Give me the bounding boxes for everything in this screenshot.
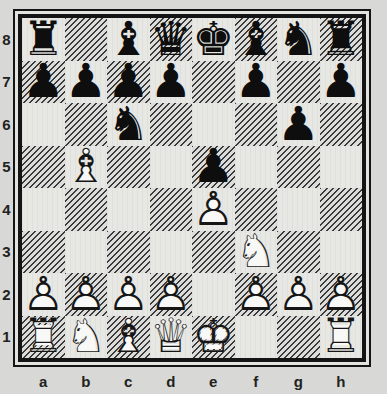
square-e3[interactable] bbox=[192, 231, 235, 274]
white-queen: ♕ bbox=[150, 315, 193, 358]
square-g3[interactable] bbox=[277, 231, 320, 274]
white-pawn-fill: ♟ bbox=[150, 272, 193, 315]
square-h3[interactable] bbox=[320, 231, 363, 274]
square-a4[interactable] bbox=[22, 188, 65, 231]
file-label-f: f bbox=[235, 371, 278, 391]
square-d1[interactable]: ♛♕ bbox=[150, 316, 193, 359]
black-knight: ♞ bbox=[107, 102, 150, 145]
square-e7[interactable] bbox=[192, 61, 235, 104]
file-label-b: b bbox=[65, 371, 108, 391]
file-label-d: d bbox=[150, 371, 193, 391]
chessboard-grid: ♜♝♛♚♝♞♜♟♟♟♟♟♟♞♟♝♗♟♟♙♞♘♟♙♟♙♟♙♟♙♟♙♟♙♟♙♜♖♞♘… bbox=[22, 18, 362, 358]
white-rook-fill: ♜ bbox=[22, 315, 65, 358]
rank-label-1: 1 bbox=[0, 316, 13, 359]
square-h1[interactable]: ♜♖ bbox=[320, 316, 363, 359]
white-pawn: ♙ bbox=[150, 272, 193, 315]
white-knight: ♘ bbox=[235, 230, 278, 273]
square-d8[interactable]: ♛ bbox=[150, 18, 193, 61]
square-d4[interactable] bbox=[150, 188, 193, 231]
white-pawn-fill: ♟ bbox=[235, 272, 278, 315]
square-g2[interactable]: ♟♙ bbox=[277, 273, 320, 316]
chessboard-frame: ♜♝♛♚♝♞♜♟♟♟♟♟♟♞♟♝♗♟♟♙♞♘♟♙♟♙♟♙♟♙♟♙♟♙♟♙♜♖♞♘… bbox=[13, 9, 371, 367]
square-f7[interactable]: ♟ bbox=[235, 61, 278, 104]
white-pawn: ♙ bbox=[192, 187, 235, 230]
white-rook: ♖ bbox=[22, 315, 65, 358]
square-f4[interactable] bbox=[235, 188, 278, 231]
square-c1[interactable]: ♝♗ bbox=[107, 316, 150, 359]
square-g8[interactable]: ♞ bbox=[277, 18, 320, 61]
white-pawn: ♙ bbox=[277, 272, 320, 315]
white-pawn: ♙ bbox=[107, 272, 150, 315]
white-knight: ♘ bbox=[65, 315, 108, 358]
square-g1[interactable] bbox=[277, 316, 320, 359]
file-labels: abcdefgh bbox=[22, 371, 362, 391]
white-knight-fill: ♞ bbox=[235, 230, 278, 273]
square-h2[interactable]: ♟♙ bbox=[320, 273, 363, 316]
square-b2[interactable]: ♟♙ bbox=[65, 273, 108, 316]
square-e8[interactable]: ♚ bbox=[192, 18, 235, 61]
white-pawn-fill: ♟ bbox=[22, 272, 65, 315]
square-c7[interactable]: ♟ bbox=[107, 61, 150, 104]
white-bishop: ♗ bbox=[65, 145, 108, 188]
square-d7[interactable]: ♟ bbox=[150, 61, 193, 104]
file-label-e: e bbox=[192, 371, 235, 391]
rank-label-8: 8 bbox=[0, 18, 13, 61]
square-e1[interactable]: ♚♔ bbox=[192, 316, 235, 359]
black-pawn: ♟ bbox=[235, 60, 278, 103]
square-h5[interactable] bbox=[320, 146, 363, 189]
square-b5[interactable]: ♝♗ bbox=[65, 146, 108, 189]
square-b8[interactable] bbox=[65, 18, 108, 61]
square-g6[interactable]: ♟ bbox=[277, 103, 320, 146]
rank-label-7: 7 bbox=[0, 61, 13, 104]
white-pawn-fill: ♟ bbox=[277, 272, 320, 315]
black-rook: ♜ bbox=[320, 17, 363, 60]
square-d5[interactable] bbox=[150, 146, 193, 189]
square-d3[interactable] bbox=[150, 231, 193, 274]
white-knight-fill: ♞ bbox=[65, 315, 108, 358]
square-b3[interactable] bbox=[65, 231, 108, 274]
rank-label-6: 6 bbox=[0, 103, 13, 146]
square-e6[interactable] bbox=[192, 103, 235, 146]
square-f2[interactable]: ♟♙ bbox=[235, 273, 278, 316]
white-pawn-fill: ♟ bbox=[192, 187, 235, 230]
rank-label-2: 2 bbox=[0, 273, 13, 316]
black-pawn: ♟ bbox=[277, 102, 320, 145]
square-f6[interactable] bbox=[235, 103, 278, 146]
square-f8[interactable]: ♝ bbox=[235, 18, 278, 61]
white-pawn-fill: ♟ bbox=[107, 272, 150, 315]
file-label-a: a bbox=[22, 371, 65, 391]
white-rook-fill: ♜ bbox=[320, 315, 363, 358]
square-a1[interactable]: ♜♖ bbox=[22, 316, 65, 359]
black-king: ♚ bbox=[192, 17, 235, 60]
white-pawn: ♙ bbox=[235, 272, 278, 315]
square-h4[interactable] bbox=[320, 188, 363, 231]
black-pawn: ♟ bbox=[150, 60, 193, 103]
rank-label-3: 3 bbox=[0, 231, 13, 274]
square-a2[interactable]: ♟♙ bbox=[22, 273, 65, 316]
square-b1[interactable]: ♞♘ bbox=[65, 316, 108, 359]
black-pawn: ♟ bbox=[22, 60, 65, 103]
square-e5[interactable]: ♟ bbox=[192, 146, 235, 189]
square-d6[interactable] bbox=[150, 103, 193, 146]
white-rook: ♖ bbox=[320, 315, 363, 358]
chessboard-inner-border: ♜♝♛♚♝♞♜♟♟♟♟♟♟♞♟♝♗♟♟♙♞♘♟♙♟♙♟♙♟♙♟♙♟♙♟♙♜♖♞♘… bbox=[18, 14, 366, 362]
square-g7[interactable] bbox=[277, 61, 320, 104]
square-e2[interactable] bbox=[192, 273, 235, 316]
square-f5[interactable] bbox=[235, 146, 278, 189]
square-g5[interactable] bbox=[277, 146, 320, 189]
square-c2[interactable]: ♟♙ bbox=[107, 273, 150, 316]
white-pawn: ♙ bbox=[22, 272, 65, 315]
white-king: ♔ bbox=[192, 315, 235, 358]
square-c4[interactable] bbox=[107, 188, 150, 231]
square-d2[interactable]: ♟♙ bbox=[150, 273, 193, 316]
white-pawn-fill: ♟ bbox=[65, 272, 108, 315]
white-queen-fill: ♛ bbox=[150, 315, 193, 358]
square-c8[interactable]: ♝ bbox=[107, 18, 150, 61]
white-pawn-fill: ♟ bbox=[320, 272, 363, 315]
square-a5[interactable] bbox=[22, 146, 65, 189]
file-label-g: g bbox=[277, 371, 320, 391]
square-c6[interactable]: ♞ bbox=[107, 103, 150, 146]
square-a6[interactable] bbox=[22, 103, 65, 146]
square-c5[interactable] bbox=[107, 146, 150, 189]
file-label-h: h bbox=[320, 371, 363, 391]
rank-labels: 87654321 bbox=[0, 18, 13, 358]
black-pawn: ♟ bbox=[65, 60, 108, 103]
page-background: 87654321 ♜♝♛♚♝♞♜♟♟♟♟♟♟♞♟♝♗♟♟♙♞♘♟♙♟♙♟♙♟♙♟… bbox=[0, 0, 387, 394]
square-b7[interactable]: ♟ bbox=[65, 61, 108, 104]
rank-label-5: 5 bbox=[0, 146, 13, 189]
file-label-c: c bbox=[107, 371, 150, 391]
square-b4[interactable] bbox=[65, 188, 108, 231]
square-f1[interactable] bbox=[235, 316, 278, 359]
square-a3[interactable] bbox=[22, 231, 65, 274]
black-knight: ♞ bbox=[277, 17, 320, 60]
white-pawn: ♙ bbox=[65, 272, 108, 315]
square-a8[interactable]: ♜ bbox=[22, 18, 65, 61]
square-g4[interactable] bbox=[277, 188, 320, 231]
black-rook: ♜ bbox=[22, 17, 65, 60]
square-h7[interactable]: ♟ bbox=[320, 61, 363, 104]
white-bishop-fill: ♝ bbox=[65, 145, 108, 188]
black-pawn: ♟ bbox=[107, 60, 150, 103]
black-bishop: ♝ bbox=[107, 17, 150, 60]
square-h8[interactable]: ♜ bbox=[320, 18, 363, 61]
rank-label-4: 4 bbox=[0, 188, 13, 231]
black-queen: ♛ bbox=[150, 17, 193, 60]
white-king-fill: ♚ bbox=[192, 315, 235, 358]
square-h6[interactable] bbox=[320, 103, 363, 146]
white-pawn: ♙ bbox=[320, 272, 363, 315]
black-pawn: ♟ bbox=[192, 145, 235, 188]
square-b6[interactable] bbox=[65, 103, 108, 146]
square-c3[interactable] bbox=[107, 231, 150, 274]
white-bishop-fill: ♝ bbox=[107, 315, 150, 358]
black-bishop: ♝ bbox=[235, 17, 278, 60]
black-pawn: ♟ bbox=[320, 60, 363, 103]
white-bishop: ♗ bbox=[107, 315, 150, 358]
square-e4[interactable]: ♟♙ bbox=[192, 188, 235, 231]
square-a7[interactable]: ♟ bbox=[22, 61, 65, 104]
square-f3[interactable]: ♞♘ bbox=[235, 231, 278, 274]
